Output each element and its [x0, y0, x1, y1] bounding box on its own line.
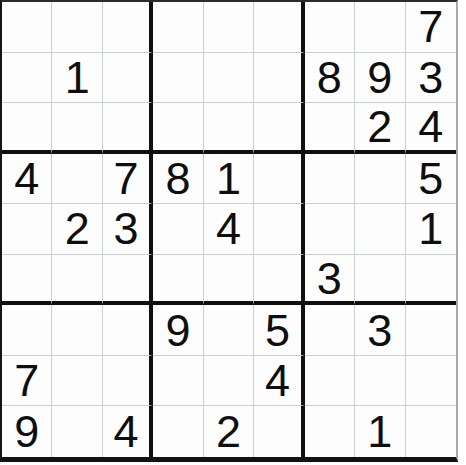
cell-r6c3[interactable]: [103, 255, 153, 306]
cell-r1c4[interactable]: [153, 2, 203, 53]
cell-r5c5[interactable]: 4: [204, 204, 254, 255]
cell-r5c2[interactable]: 2: [52, 204, 102, 255]
cell-r4c5[interactable]: 1: [204, 154, 254, 205]
cell-r2c1[interactable]: [2, 53, 52, 104]
cell-r3c3[interactable]: [103, 103, 153, 154]
cell-r5c8[interactable]: [355, 204, 405, 255]
cell-r2c2[interactable]: 1: [52, 53, 102, 104]
cell-r8c5[interactable]: [204, 356, 254, 407]
cell-r2c8[interactable]: 9: [355, 53, 405, 104]
cell-r8c4[interactable]: [153, 356, 203, 407]
cell-r1c1[interactable]: [2, 2, 52, 53]
cell-r3c5[interactable]: [204, 103, 254, 154]
cell-r8c1[interactable]: 7: [2, 356, 52, 407]
cell-r4c3[interactable]: 7: [103, 154, 153, 205]
cell-r9c8[interactable]: 1: [355, 406, 405, 457]
cell-r1c9[interactable]: 7: [406, 2, 456, 53]
cell-r9c7[interactable]: [305, 406, 355, 457]
cell-r5c6[interactable]: [254, 204, 304, 255]
cell-r7c9[interactable]: [406, 305, 456, 356]
cell-r7c3[interactable]: [103, 305, 153, 356]
cell-r6c2[interactable]: [52, 255, 102, 306]
cell-r8c9[interactable]: [406, 356, 456, 407]
cell-r9c5[interactable]: 2: [204, 406, 254, 457]
cell-r7c4[interactable]: 9: [153, 305, 203, 356]
cell-r1c8[interactable]: [355, 2, 405, 53]
cell-r5c9[interactable]: 1: [406, 204, 456, 255]
cell-r4c8[interactable]: [355, 154, 405, 205]
cell-r7c7[interactable]: [305, 305, 355, 356]
cell-r6c7[interactable]: 3: [305, 255, 355, 306]
cell-r9c2[interactable]: [52, 406, 102, 457]
cell-r4c6[interactable]: [254, 154, 304, 205]
cell-r3c9[interactable]: 4: [406, 103, 456, 154]
cell-r6c9[interactable]: [406, 255, 456, 306]
cell-r4c2[interactable]: [52, 154, 102, 205]
cell-r7c6[interactable]: 5: [254, 305, 304, 356]
cell-r3c6[interactable]: [254, 103, 304, 154]
cell-r4c4[interactable]: 8: [153, 154, 203, 205]
cell-r5c4[interactable]: [153, 204, 203, 255]
cell-r2c9[interactable]: 3: [406, 53, 456, 104]
sudoku-board: 71893244781523413953749421: [0, 0, 458, 462]
cell-r7c1[interactable]: [2, 305, 52, 356]
cell-r2c4[interactable]: [153, 53, 203, 104]
cell-r8c8[interactable]: [355, 356, 405, 407]
cell-r3c7[interactable]: [305, 103, 355, 154]
cell-r6c8[interactable]: [355, 255, 405, 306]
cell-r2c6[interactable]: [254, 53, 304, 104]
cell-r1c2[interactable]: [52, 2, 102, 53]
cell-r4c1[interactable]: 4: [2, 154, 52, 205]
cell-r9c9[interactable]: [406, 406, 456, 457]
cell-r3c4[interactable]: [153, 103, 203, 154]
cell-r2c5[interactable]: [204, 53, 254, 104]
cell-r3c1[interactable]: [2, 103, 52, 154]
cell-r9c3[interactable]: 4: [103, 406, 153, 457]
cell-r4c7[interactable]: [305, 154, 355, 205]
cell-r8c6[interactable]: 4: [254, 356, 304, 407]
cell-r5c7[interactable]: [305, 204, 355, 255]
cell-r8c3[interactable]: [103, 356, 153, 407]
cell-r6c5[interactable]: [204, 255, 254, 306]
cell-r9c6[interactable]: [254, 406, 304, 457]
cell-r2c7[interactable]: 8: [305, 53, 355, 104]
cell-r6c1[interactable]: [2, 255, 52, 306]
cell-r1c6[interactable]: [254, 2, 304, 53]
cell-r7c2[interactable]: [52, 305, 102, 356]
cell-r8c2[interactable]: [52, 356, 102, 407]
cell-r1c5[interactable]: [204, 2, 254, 53]
cell-r2c3[interactable]: [103, 53, 153, 104]
cell-r9c1[interactable]: 9: [2, 406, 52, 457]
cell-r1c3[interactable]: [103, 2, 153, 53]
cell-r7c8[interactable]: 3: [355, 305, 405, 356]
cell-r3c2[interactable]: [52, 103, 102, 154]
cell-r6c6[interactable]: [254, 255, 304, 306]
cell-r7c5[interactable]: [204, 305, 254, 356]
cell-r5c1[interactable]: [2, 204, 52, 255]
cell-r9c4[interactable]: [153, 406, 203, 457]
cell-r6c4[interactable]: [153, 255, 203, 306]
cell-r5c3[interactable]: 3: [103, 204, 153, 255]
cell-r4c9[interactable]: 5: [406, 154, 456, 205]
sudoku-puzzle: 71893244781523413953749421: [0, 0, 466, 465]
cell-r3c8[interactable]: 2: [355, 103, 405, 154]
cell-r1c7[interactable]: [305, 2, 355, 53]
cell-r8c7[interactable]: [305, 356, 355, 407]
